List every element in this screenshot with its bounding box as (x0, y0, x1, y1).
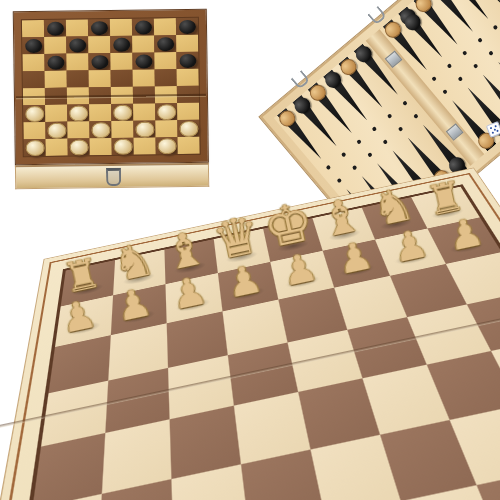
checkers-square (88, 53, 110, 70)
checkers-square (155, 120, 177, 137)
checkers-square (134, 137, 156, 154)
checkers-square (176, 18, 198, 35)
checker-black (25, 38, 42, 52)
checkers-square (110, 53, 132, 70)
checkers-square (45, 71, 67, 88)
checkers-square (133, 69, 155, 86)
checkers-frame (13, 9, 209, 166)
checkers-square (67, 104, 89, 121)
chess-piece-light-pawn: ♟ (217, 261, 277, 310)
checkers-square (110, 19, 132, 36)
checkers-square (89, 70, 111, 87)
checkers-square (89, 104, 111, 121)
checker-black (46, 21, 63, 35)
checkers-square (23, 122, 45, 139)
checker-black (134, 20, 151, 34)
checker-white (157, 104, 176, 120)
checkers-square (22, 37, 44, 54)
checkers-square (45, 105, 67, 122)
checkers-grid (22, 18, 200, 156)
chess-board: ♜♞♝♛♚♝♞♜♟♟♟♟♟♟♟♟♟♟♟♟♟♟♟♟♜♞♝♛♚♝♞♜ (0, 149, 500, 500)
product-photo: ♜♞♝♛♚♝♞♜♟♟♟♟♟♟♟♟♟♟♟♟♟♟♟♟♜♞♝♛♚♝♞♜ (0, 0, 500, 500)
checker-black (178, 19, 195, 33)
checkers-square (178, 137, 200, 154)
chess-piece-light-pawn: ♟ (164, 273, 221, 323)
checkers-box-side (15, 163, 209, 190)
checker-black (69, 38, 86, 52)
clasp-hook-icon (367, 6, 387, 26)
checkers-square (89, 121, 111, 138)
checkers-square (66, 19, 88, 36)
checker-white (25, 105, 44, 121)
checkers-square (44, 20, 66, 37)
checker-white (69, 105, 88, 121)
chess-piece-dark-pawn: ♟ (399, 484, 500, 500)
checker-black (135, 54, 152, 68)
checkers-square (44, 37, 66, 54)
checkers-square (23, 105, 45, 122)
checkers-square (22, 20, 44, 37)
checker-white (69, 139, 88, 155)
checkers-square (133, 103, 155, 120)
checkers-square (154, 18, 176, 35)
checker-black (90, 21, 107, 35)
checkers-square (22, 54, 44, 71)
checkers-square (154, 35, 176, 52)
checkers-square (154, 52, 176, 69)
chess-scene: ♜♞♝♛♚♝♞♜♟♟♟♟♟♟♟♟♟♟♟♟♟♟♟♟♜♞♝♛♚♝♞♜ (0, 149, 500, 500)
checker-white (91, 122, 110, 138)
checkers-square (90, 138, 112, 155)
checker-white (25, 139, 44, 155)
checker-white (135, 121, 154, 137)
checker-black (179, 53, 196, 67)
chess-piece-light-pawn: ♟ (110, 284, 166, 335)
checkers-square (132, 18, 154, 35)
checker-black (157, 37, 174, 51)
checkers-square (177, 120, 199, 137)
checkers-square (67, 70, 89, 87)
chess-pieces-layer: ♜♞♝♛♚♝♞♜♟♟♟♟♟♟♟♟♟♟♟♟♟♟♟♟♜♞♝♛♚♝♞♜ (0, 186, 500, 500)
chess-board-surface: ♜♞♝♛♚♝♞♜♟♟♟♟♟♟♟♟♟♟♟♟♟♟♟♟♜♞♝♛♚♝♞♜ (0, 168, 500, 500)
checkers-square (156, 137, 178, 154)
checkers-square (155, 69, 177, 86)
checkers-square (45, 122, 67, 139)
checkers-square (88, 36, 110, 53)
chess-piece-light-pawn: ♟ (321, 239, 388, 287)
checker-black (47, 55, 64, 69)
checkers-square (88, 19, 110, 36)
checker-white (179, 120, 198, 136)
checker-white (47, 122, 66, 138)
checkers-square (66, 36, 88, 53)
checkers-square (177, 69, 199, 86)
checkers-square (68, 138, 90, 155)
checkers-square (46, 139, 68, 156)
chess-piece-light-pawn: ♟ (269, 250, 333, 299)
clasp-hook-icon (291, 70, 311, 90)
checkers-square (111, 70, 133, 87)
checkers-square (24, 139, 46, 156)
checker-black (113, 37, 130, 51)
checker-white (113, 138, 132, 154)
checkers-square (133, 120, 155, 137)
checkers-square (111, 104, 133, 121)
metal-clasp-icon (106, 168, 121, 186)
checkers-square (177, 103, 199, 120)
checker-white (157, 138, 176, 154)
checkers-square (110, 36, 132, 53)
checkers-square (132, 35, 154, 52)
checker-white (113, 104, 132, 120)
checkers-square (176, 52, 198, 69)
checkers-square (112, 138, 134, 155)
checkers-square (111, 121, 133, 138)
checkers-board (13, 9, 209, 190)
checkers-square (155, 103, 177, 120)
checkers-square (176, 35, 198, 52)
checkers-square (132, 52, 154, 69)
checker-black (91, 55, 108, 69)
checkers-square (67, 121, 89, 138)
checkers-square (66, 53, 88, 70)
checkers-square (44, 54, 66, 71)
checkers-square (23, 71, 45, 88)
